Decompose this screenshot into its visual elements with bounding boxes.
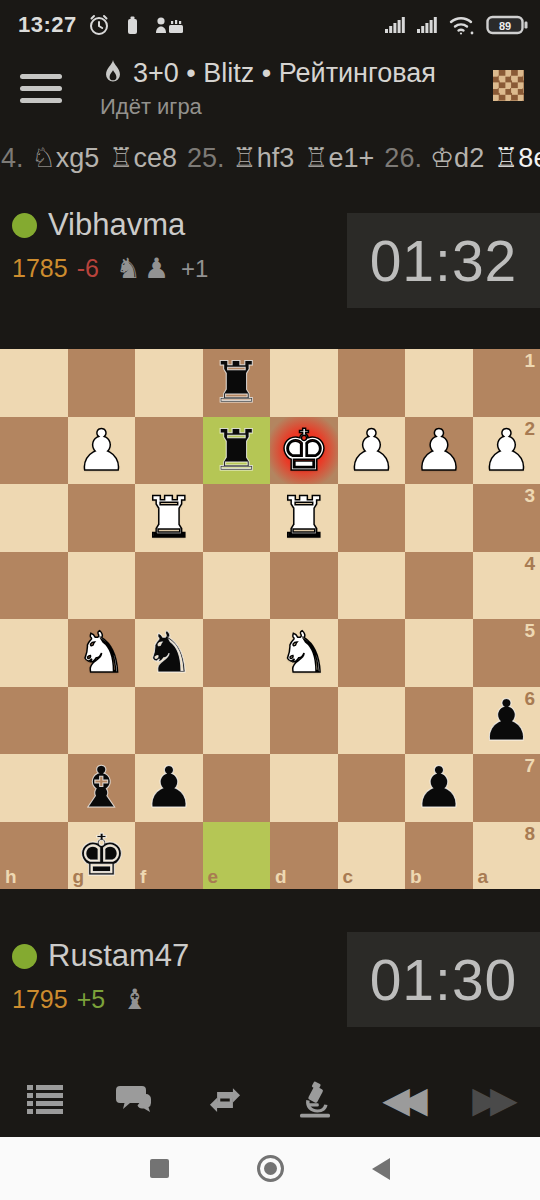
chat-button[interactable] <box>90 1062 180 1137</box>
square-b2[interactable]: ♟ <box>405 417 473 485</box>
file-label-a: a <box>478 866 489 888</box>
clock-bottom: 01:30 <box>347 932 540 1027</box>
square-g6[interactable] <box>68 687 136 755</box>
piece-black-knight[interactable]: ♞ <box>135 619 203 687</box>
move-san[interactable]: ♔d2 <box>430 142 484 174</box>
piece-black-rook[interactable]: ♜ <box>203 417 271 485</box>
piece-white-pawn[interactable]: ♟ <box>405 417 473 485</box>
signal-icon <box>384 14 406 36</box>
back-button[interactable] <box>372 1158 390 1180</box>
recents-button[interactable] <box>150 1159 169 1178</box>
square-g3[interactable] <box>68 484 136 552</box>
square-h7[interactable] <box>0 754 68 822</box>
player-bottom-name[interactable]: Rustam47 <box>48 938 189 974</box>
battery-percent-text: 89 <box>499 20 511 32</box>
chat-icon <box>114 1082 156 1118</box>
alarm-icon <box>87 13 111 37</box>
rank-label-8: 8 <box>524 823 535 845</box>
square-c5[interactable] <box>338 619 406 687</box>
online-dot <box>12 213 37 238</box>
battery-icon <box>121 13 143 37</box>
square-c3[interactable] <box>338 484 406 552</box>
piece-white-knight[interactable]: ♞ <box>270 619 338 687</box>
square-h2[interactable] <box>0 417 68 485</box>
square-f7[interactable]: ♟ <box>135 754 203 822</box>
square-c6[interactable] <box>338 687 406 755</box>
square-h5[interactable] <box>0 619 68 687</box>
battery-level-icon: 89 <box>486 14 528 36</box>
square-g8[interactable]: ♚g <box>68 822 136 890</box>
rank-label-5: 5 <box>524 620 535 642</box>
player-bottom-rating: 1795 <box>12 985 68 1014</box>
android-nav-bar <box>0 1137 540 1200</box>
move-number: 26. <box>384 143 422 174</box>
rank-label-4: 4 <box>524 553 535 575</box>
mini-chessboard-icon[interactable] <box>493 70 524 101</box>
piece-white-pawn[interactable]: ♟ <box>68 417 136 485</box>
piece-black-pawn[interactable]: ♟ <box>405 754 473 822</box>
online-dot <box>12 944 37 969</box>
piece-white-king[interactable]: ♚ <box>270 417 338 485</box>
square-f6[interactable] <box>135 687 203 755</box>
move-san[interactable]: ♖8e2# <box>494 142 540 174</box>
player-top-rating: 1785 <box>12 254 68 283</box>
file-label-h: h <box>5 866 17 888</box>
square-b8[interactable]: b <box>405 822 473 890</box>
chess-board[interactable]: ♜1♟♜♚♟♟♟2♜♜34♞♞♞5♟6♝♟♟7h♚gfedcb8a <box>0 349 540 889</box>
forward-button[interactable]: ▶▶ <box>450 1062 540 1137</box>
square-a2[interactable]: ♟2 <box>473 417 540 485</box>
square-d3[interactable]: ♜ <box>270 484 338 552</box>
rank-label-3: 3 <box>524 485 535 507</box>
moves-list-button[interactable] <box>0 1062 90 1137</box>
piece-white-rook[interactable]: ♜ <box>270 484 338 552</box>
square-h1[interactable] <box>0 349 68 417</box>
square-d6[interactable] <box>270 687 338 755</box>
rank-label-1: 1 <box>524 350 535 372</box>
square-h3[interactable] <box>0 484 68 552</box>
square-f5[interactable]: ♞ <box>135 619 203 687</box>
square-b1[interactable] <box>405 349 473 417</box>
square-b6[interactable] <box>405 687 473 755</box>
file-label-b: b <box>410 866 422 888</box>
square-d8[interactable]: d <box>270 822 338 890</box>
square-a8[interactable]: 8a <box>473 822 540 890</box>
file-label-d: d <box>275 866 287 888</box>
hamburger-menu-icon[interactable] <box>20 74 62 106</box>
square-e6[interactable] <box>203 687 271 755</box>
square-e2[interactable]: ♜ <box>203 417 271 485</box>
square-a1[interactable]: 1 <box>473 349 540 417</box>
status-bar: 13:27 <box>0 0 540 50</box>
file-label-f: f <box>140 866 146 888</box>
move-number: 24. <box>0 143 24 174</box>
move-san[interactable]: ♖hf3 <box>233 142 295 174</box>
square-e1[interactable]: ♜ <box>203 349 271 417</box>
player-bottom[interactable]: Rustam47 1795 +5 ♝ <box>12 938 189 1016</box>
file-label-e: e <box>208 866 219 888</box>
square-a7[interactable]: 7 <box>473 754 540 822</box>
square-g7[interactable]: ♝ <box>68 754 136 822</box>
forward-icon: ▶▶ <box>472 1079 517 1120</box>
square-b4[interactable] <box>405 552 473 620</box>
square-d1[interactable] <box>270 349 338 417</box>
blitz-flame-icon <box>100 59 126 89</box>
backward-icon: ◀◀ <box>382 1079 427 1120</box>
captured-top: ♞♟ <box>116 252 172 285</box>
square-d7[interactable] <box>270 754 338 822</box>
square-b7[interactable]: ♟ <box>405 754 473 822</box>
move-number: 25. <box>187 143 225 174</box>
square-c7[interactable] <box>338 754 406 822</box>
piece-white-pawn[interactable]: ♟ <box>338 417 406 485</box>
square-c8[interactable]: c <box>338 822 406 890</box>
file-label-g: g <box>73 866 85 888</box>
rank-label-6: 6 <box>524 688 535 710</box>
square-f2[interactable] <box>135 417 203 485</box>
material-top: +1 <box>181 255 208 283</box>
status-time: 13:27 <box>18 12 77 38</box>
square-g5[interactable]: ♞ <box>68 619 136 687</box>
move-list[interactable]: 24.♘xg5♖ce825.♖hf3♖e1+26.♔d2♖8e2# <box>0 136 540 180</box>
square-g1[interactable] <box>68 349 136 417</box>
flip-icon <box>205 1081 245 1119</box>
square-b5[interactable] <box>405 619 473 687</box>
game-status: Идёт игра <box>100 94 436 120</box>
rank-label-2: 2 <box>524 418 535 440</box>
piece-black-bishop[interactable]: ♝ <box>68 754 136 822</box>
flip-board-button[interactable] <box>180 1062 270 1137</box>
square-d4[interactable] <box>270 552 338 620</box>
square-c2[interactable]: ♟ <box>338 417 406 485</box>
square-a5[interactable]: 5 <box>473 619 540 687</box>
square-f3[interactable]: ♜ <box>135 484 203 552</box>
clock-top: 01:32 <box>347 213 540 308</box>
move-san[interactable]: ♖e1+ <box>304 142 374 174</box>
wifi-icon <box>448 13 476 37</box>
piece-black-pawn[interactable]: ♟ <box>135 754 203 822</box>
piece-white-rook[interactable]: ♜ <box>135 484 203 552</box>
square-c4[interactable] <box>338 552 406 620</box>
square-f1[interactable] <box>135 349 203 417</box>
backward-button[interactable]: ◀◀ <box>360 1062 450 1137</box>
ok-social-icon <box>153 13 187 37</box>
square-a4[interactable]: 4 <box>473 552 540 620</box>
square-h8[interactable]: h <box>0 822 68 890</box>
app-bar: 3+0 • Blitz • Рейтинговая Идёт игра <box>0 50 540 134</box>
square-h6[interactable] <box>0 687 68 755</box>
square-e4[interactable] <box>203 552 271 620</box>
square-b3[interactable] <box>405 484 473 552</box>
player-bottom-rating-diff: +5 <box>77 985 106 1014</box>
app-screen: 13:27 <box>0 0 540 1200</box>
piece-white-knight[interactable]: ♞ <box>68 619 136 687</box>
square-d5[interactable]: ♞ <box>270 619 338 687</box>
captured-bottom: ♝ <box>122 983 150 1016</box>
square-e8[interactable]: e <box>203 822 271 890</box>
square-e7[interactable] <box>203 754 271 822</box>
player-top[interactable]: Vibhavma 1785 -6 ♞♟ +1 <box>12 207 208 285</box>
square-f8[interactable]: f <box>135 822 203 890</box>
home-button[interactable] <box>257 1155 284 1182</box>
move-san[interactable]: ♘xg5 <box>32 142 100 174</box>
square-c1[interactable] <box>338 349 406 417</box>
square-a6[interactable]: ♟6 <box>473 687 540 755</box>
square-g2[interactable]: ♟ <box>68 417 136 485</box>
player-top-name[interactable]: Vibhavma <box>48 207 185 243</box>
bottom-toolbar: ◀◀ ▶▶ <box>0 1062 540 1137</box>
file-label-c: c <box>343 866 354 888</box>
move-san[interactable]: ♖ce8 <box>109 142 177 174</box>
game-title: 3+0 • Blitz • Рейтинговая <box>133 58 436 89</box>
piece-black-rook[interactable]: ♜ <box>203 349 271 417</box>
analysis-button[interactable] <box>270 1062 360 1137</box>
square-f4[interactable] <box>135 552 203 620</box>
square-g4[interactable] <box>68 552 136 620</box>
square-a3[interactable]: 3 <box>473 484 540 552</box>
square-h4[interactable] <box>0 552 68 620</box>
square-e5[interactable] <box>203 619 271 687</box>
rank-label-7: 7 <box>524 755 535 777</box>
microscope-icon <box>295 1080 335 1120</box>
list-icon <box>25 1083 65 1117</box>
signal-icon <box>416 14 438 36</box>
square-d2[interactable]: ♚ <box>270 417 338 485</box>
player-top-rating-diff: -6 <box>77 254 99 283</box>
square-e3[interactable] <box>203 484 271 552</box>
